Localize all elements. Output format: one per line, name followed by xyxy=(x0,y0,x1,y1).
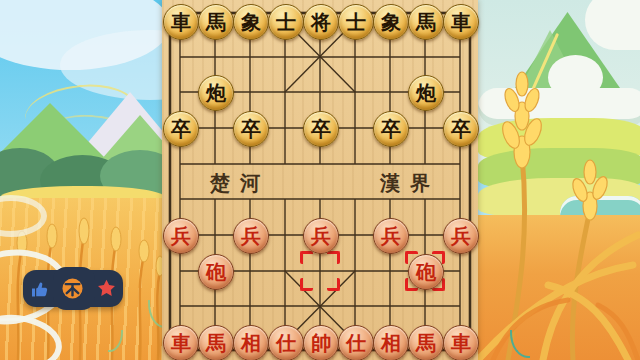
piece-f10-red-advisor[interactable]: 仕 xyxy=(338,325,374,360)
star-button[interactable] xyxy=(93,276,119,302)
thumbs-up-button[interactable] xyxy=(27,276,53,302)
reaction-bar[interactable] xyxy=(23,270,123,307)
piece-d1-black-advisor[interactable]: 士 xyxy=(268,4,304,40)
xiangqi-game-screen: { "game": "xiangqi", "position": { "fen"… xyxy=(0,0,640,360)
piece-h10-red-horse[interactable]: 馬 xyxy=(408,325,444,360)
piece-b3-black-cannon[interactable]: 炮 xyxy=(198,75,234,111)
piece-b1-black-horse[interactable]: 馬 xyxy=(198,4,234,40)
piece-c10-red-elephant[interactable]: 相 xyxy=(233,325,269,360)
piece-i1-black-chariot[interactable]: 車 xyxy=(443,4,479,40)
piece-f1-black-advisor[interactable]: 士 xyxy=(338,4,374,40)
piece-i4-black-soldier[interactable]: 卒 xyxy=(443,111,479,147)
star-icon xyxy=(95,277,118,300)
tree-coin-button[interactable] xyxy=(60,276,86,302)
piece-e1-black-general[interactable]: 将 xyxy=(303,4,339,40)
piece-b10-red-horse[interactable]: 馬 xyxy=(198,325,234,360)
piece-a1-black-chariot[interactable]: 車 xyxy=(163,4,199,40)
piece-g4-black-soldier[interactable]: 卒 xyxy=(373,111,409,147)
tree-coin-icon xyxy=(61,277,84,300)
piece-h8-red-cannon[interactable]: 砲 xyxy=(408,254,444,290)
wheat-ears-foreground xyxy=(478,60,640,360)
piece-h1-black-horse[interactable]: 馬 xyxy=(408,4,444,40)
xiangqi-board[interactable]: 楚河 漢界 車馬象士将士象馬車炮炮卒卒卒卒卒兵兵兵兵兵砲砲車馬相仕帥仕相馬車 xyxy=(162,0,478,360)
piece-g1-black-elephant[interactable]: 象 xyxy=(373,4,409,40)
river-label-han-jie: 漢界 xyxy=(380,170,440,196)
piece-c7-red-soldier[interactable]: 兵 xyxy=(233,218,269,254)
piece-i7-red-soldier[interactable]: 兵 xyxy=(443,218,479,254)
piece-c4-black-soldier[interactable]: 卒 xyxy=(233,111,269,147)
piece-e10-red-general[interactable]: 帥 xyxy=(303,325,339,360)
river-label-chu-he: 楚河 xyxy=(210,170,270,196)
piece-e4-black-soldier[interactable]: 卒 xyxy=(303,111,339,147)
piece-g7-red-soldier[interactable]: 兵 xyxy=(373,218,409,254)
piece-a7-red-soldier[interactable]: 兵 xyxy=(163,218,199,254)
piece-e7-red-soldier[interactable]: 兵 xyxy=(303,218,339,254)
piece-a10-red-chariot[interactable]: 車 xyxy=(163,325,199,360)
piece-h3-black-cannon[interactable]: 炮 xyxy=(408,75,444,111)
piece-i10-red-chariot[interactable]: 車 xyxy=(443,325,479,360)
piece-d10-red-advisor[interactable]: 仕 xyxy=(268,325,304,360)
piece-g10-red-elephant[interactable]: 相 xyxy=(373,325,409,360)
piece-a4-black-soldier[interactable]: 卒 xyxy=(163,111,199,147)
piece-c1-black-elephant[interactable]: 象 xyxy=(233,4,269,40)
thumbs-up-icon xyxy=(29,278,51,300)
piece-b8-red-cannon[interactable]: 砲 xyxy=(198,254,234,290)
